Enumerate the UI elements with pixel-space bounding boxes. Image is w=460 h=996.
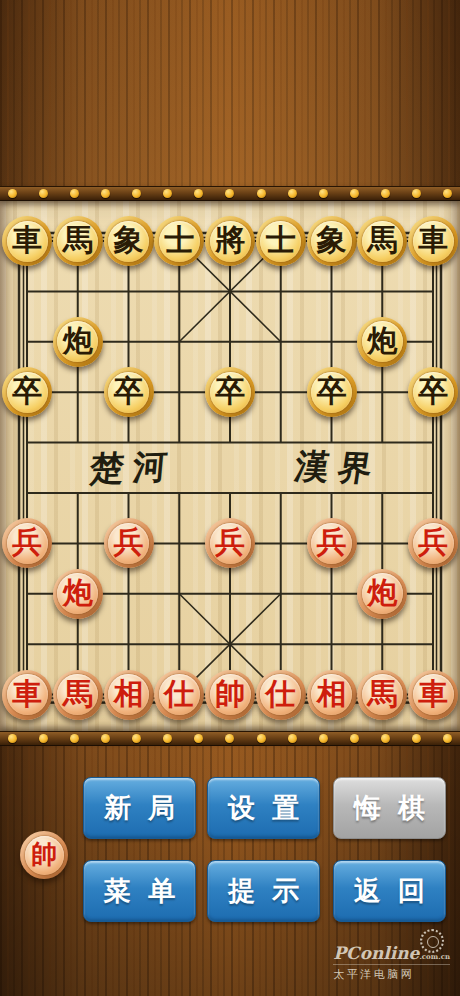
piece-red-車[interactable]: 車 [408, 670, 458, 720]
piece-black-馬[interactable]: 馬 [357, 216, 407, 266]
menu-button-label: 菜单 [104, 873, 192, 909]
stud-nail [288, 734, 297, 743]
stud-nail [412, 189, 421, 198]
piece-glyph: 兵 [114, 527, 144, 557]
piece-glyph: 卒 [114, 376, 144, 406]
piece-glyph: 象 [317, 225, 347, 255]
piece-glyph: 卒 [317, 376, 347, 406]
piece-glyph: 兵 [418, 527, 448, 557]
stud-nail [225, 734, 234, 743]
stud-nail [350, 189, 359, 198]
piece-black-卒[interactable]: 卒 [2, 367, 52, 417]
piece-face: 兵 [413, 523, 454, 564]
undo-button-label: 悔棋 [354, 790, 442, 826]
piece-black-士[interactable]: 士 [256, 216, 306, 266]
piece-face: 仕 [159, 674, 200, 715]
piece-red-炮[interactable]: 炮 [53, 569, 103, 619]
stud-nail [257, 734, 266, 743]
piece-glyph: 相 [114, 679, 144, 709]
piece-glyph: 兵 [12, 527, 42, 557]
piece-black-卒[interactable]: 卒 [307, 367, 357, 417]
piece-face: 兵 [108, 523, 149, 564]
piece-face: 帥 [210, 674, 251, 715]
piece-face: 車 [413, 674, 454, 715]
piece-glyph: 炮 [63, 578, 93, 608]
piece-glyph: 馬 [367, 679, 397, 709]
piece-black-卒[interactable]: 卒 [104, 367, 154, 417]
stud-nail [443, 734, 452, 743]
turn-indicator-face: 帥 [25, 836, 64, 875]
piece-glyph: 炮 [63, 326, 93, 356]
settings-button-label: 设置 [228, 790, 316, 826]
piece-glyph: 士 [266, 225, 296, 255]
piece-black-炮[interactable]: 炮 [53, 317, 103, 367]
piece-black-象[interactable]: 象 [307, 216, 357, 266]
stud-nail [8, 734, 17, 743]
stud-nail [39, 734, 48, 743]
piece-face: 士 [159, 221, 200, 262]
stud-nail [163, 734, 172, 743]
piece-glyph: 卒 [215, 376, 245, 406]
piece-glyph: 象 [114, 225, 144, 255]
new-game-button[interactable]: 新局 [83, 777, 196, 839]
piece-red-兵[interactable]: 兵 [104, 518, 154, 568]
river-label-right: 漢界 [292, 444, 385, 493]
piece-black-馬[interactable]: 馬 [53, 216, 103, 266]
piece-red-相[interactable]: 相 [307, 670, 357, 720]
piece-face: 相 [311, 674, 352, 715]
piece-black-象[interactable]: 象 [104, 216, 154, 266]
piece-black-炮[interactable]: 炮 [357, 317, 407, 367]
piece-glyph: 將 [215, 225, 245, 255]
settings-button[interactable]: 设置 [207, 777, 320, 839]
menu-button[interactable]: 菜单 [83, 860, 196, 922]
stud-nail [8, 189, 17, 198]
piece-face: 車 [7, 221, 48, 262]
stud-nail [194, 734, 203, 743]
stud-nail [319, 189, 328, 198]
piece-face: 仕 [260, 674, 301, 715]
piece-glyph: 車 [12, 679, 42, 709]
piece-face: 卒 [311, 372, 352, 413]
stud-nail [350, 734, 359, 743]
piece-face: 兵 [210, 523, 251, 564]
river-label-left: 楚河 [88, 444, 178, 493]
piece-glyph: 兵 [215, 527, 245, 557]
piece-glyph: 卒 [12, 376, 42, 406]
board-grid [0, 201, 460, 731]
piece-black-士[interactable]: 士 [154, 216, 204, 266]
stud-nail [163, 189, 172, 198]
piece-glyph: 帥 [215, 679, 245, 709]
piece-glyph: 相 [317, 679, 347, 709]
stud-nail [101, 734, 110, 743]
piece-glyph: 仕 [164, 679, 194, 709]
xiangqi-board[interactable]: 楚河 漢界 車馬象士將士象馬車炮炮卒卒卒卒卒兵兵兵兵兵炮炮車馬相仕帥仕相馬車 [0, 201, 460, 731]
watermark-subtitle: 太平洋电脑网 [333, 964, 450, 982]
piece-glyph: 炮 [367, 578, 397, 608]
stud-nail [225, 189, 234, 198]
piece-face: 兵 [311, 523, 352, 564]
stud-nail [288, 189, 297, 198]
piece-face: 馬 [362, 221, 403, 262]
piece-face: 兵 [7, 523, 48, 564]
piece-red-仕[interactable]: 仕 [154, 670, 204, 720]
piece-black-將[interactable]: 將 [205, 216, 255, 266]
stud-nail [443, 189, 452, 198]
xiangqi-app: 楚河 漢界 車馬象士將士象馬車炮炮卒卒卒卒卒兵兵兵兵兵炮炮車馬相仕帥仕相馬車 帥… [0, 0, 460, 996]
piece-glyph: 馬 [63, 679, 93, 709]
piece-glyph: 兵 [317, 527, 347, 557]
piece-red-仕[interactable]: 仕 [256, 670, 306, 720]
piece-face: 馬 [57, 674, 98, 715]
piece-glyph: 車 [418, 679, 448, 709]
stud-nail [381, 734, 390, 743]
stud-nail [70, 189, 79, 198]
piece-glyph: 馬 [367, 225, 397, 255]
hint-button[interactable]: 提示 [207, 860, 320, 922]
stud-nail [412, 734, 421, 743]
bottom-stud-bar [0, 731, 460, 746]
back-button-label: 返回 [354, 873, 442, 909]
stud-nail [257, 189, 266, 198]
piece-red-兵[interactable]: 兵 [307, 518, 357, 568]
piece-glyph: 士 [164, 225, 194, 255]
piece-black-車[interactable]: 車 [2, 216, 52, 266]
piece-face: 象 [108, 221, 149, 262]
new-game-button-label: 新局 [104, 790, 192, 826]
hint-button-label: 提示 [228, 873, 316, 909]
piece-glyph: 仕 [266, 679, 296, 709]
back-button[interactable]: 返回 [333, 860, 446, 922]
piece-face: 卒 [108, 372, 149, 413]
stud-nail [381, 189, 390, 198]
piece-face: 炮 [362, 321, 403, 362]
piece-face: 馬 [362, 674, 403, 715]
piece-face: 相 [108, 674, 149, 715]
piece-glyph: 車 [418, 225, 448, 255]
stud-nail [70, 734, 79, 743]
piece-red-馬[interactable]: 馬 [357, 670, 407, 720]
watermark: PConline.com.cn 太平洋电脑网 [333, 945, 450, 982]
piece-face: 卒 [210, 372, 251, 413]
piece-red-帥[interactable]: 帥 [205, 670, 255, 720]
gear-logo-icon [420, 929, 444, 953]
piece-face: 炮 [57, 573, 98, 614]
piece-face: 馬 [57, 221, 98, 262]
piece-face: 士 [260, 221, 301, 262]
turn-indicator-piece: 帥 [20, 831, 68, 879]
piece-black-車[interactable]: 車 [408, 216, 458, 266]
piece-red-相[interactable]: 相 [104, 670, 154, 720]
piece-face: 車 [7, 674, 48, 715]
piece-black-卒[interactable]: 卒 [408, 367, 458, 417]
piece-black-卒[interactable]: 卒 [205, 367, 255, 417]
turn-indicator-glyph: 帥 [31, 841, 57, 867]
piece-red-炮[interactable]: 炮 [357, 569, 407, 619]
stud-nail [39, 189, 48, 198]
stud-nail [132, 734, 141, 743]
piece-face: 炮 [57, 321, 98, 362]
piece-glyph: 炮 [367, 326, 397, 356]
piece-glyph: 馬 [63, 225, 93, 255]
piece-face: 車 [413, 221, 454, 262]
piece-red-馬[interactable]: 馬 [53, 670, 103, 720]
watermark-suffix: .com.cn [419, 952, 450, 961]
piece-glyph: 卒 [418, 376, 448, 406]
stud-nail [194, 189, 203, 198]
piece-red-車[interactable]: 車 [2, 670, 52, 720]
piece-face: 炮 [362, 573, 403, 614]
undo-button[interactable]: 悔棋 [333, 777, 446, 839]
stud-nail [319, 734, 328, 743]
piece-face: 將 [210, 221, 251, 262]
piece-face: 卒 [413, 372, 454, 413]
top-stud-bar [0, 186, 460, 201]
stud-nail [101, 189, 110, 198]
piece-face: 卒 [7, 372, 48, 413]
piece-glyph: 車 [12, 225, 42, 255]
stud-nail [132, 189, 141, 198]
piece-face: 象 [311, 221, 352, 262]
